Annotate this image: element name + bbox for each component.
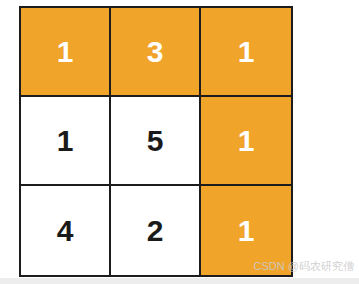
cell-r0-c1: 3 [111, 8, 201, 97]
cell-r2-c1: 2 [111, 186, 201, 275]
cell-r1-c2: 1 [201, 97, 291, 186]
cell-r0-c0: 1 [21, 8, 111, 97]
bottom-strip [0, 278, 359, 284]
cell-r2-c2: 1 [201, 186, 291, 275]
puzzle-grid: 131151421 [19, 6, 293, 277]
cell-r1-c1: 5 [111, 97, 201, 186]
cell-r2-c0: 4 [21, 186, 111, 275]
cell-r0-c2: 1 [201, 8, 291, 97]
cell-r1-c0: 1 [21, 97, 111, 186]
